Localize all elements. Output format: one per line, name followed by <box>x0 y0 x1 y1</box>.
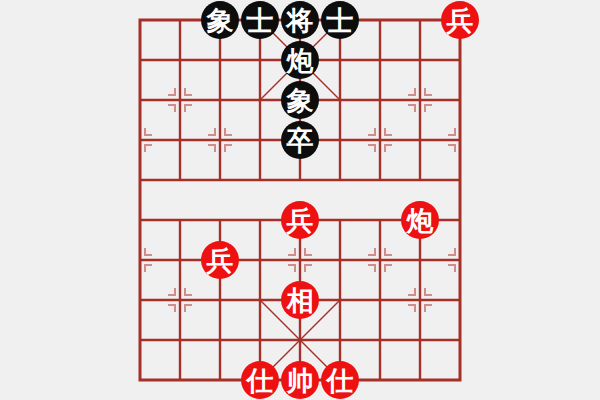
piece-black-cannon[interactable]: 炮 <box>281 41 319 79</box>
xiangqi-board: 象士将士兵炮象卒兵炮兵相仕帅仕 <box>120 0 480 400</box>
piece-black-elephant[interactable]: 象 <box>281 81 319 119</box>
piece-black-elephant[interactable]: 象 <box>201 1 239 39</box>
piece-red-pawn[interactable]: 兵 <box>281 201 319 239</box>
piece-red-advisor[interactable]: 仕 <box>321 361 359 399</box>
xiangqi-app-screen: 象士将士兵炮象卒兵炮兵相仕帅仕 <box>0 0 600 400</box>
piece-red-advisor[interactable]: 仕 <box>241 361 279 399</box>
pieces-grid: 象士将士兵炮象卒兵炮兵相仕帅仕 <box>120 0 480 400</box>
piece-red-elephant[interactable]: 相 <box>281 281 319 319</box>
piece-red-cannon[interactable]: 炮 <box>401 201 439 239</box>
piece-red-general[interactable]: 帅 <box>281 361 319 399</box>
piece-black-advisor[interactable]: 士 <box>321 1 359 39</box>
piece-black-advisor[interactable]: 士 <box>241 1 279 39</box>
piece-red-pawn[interactable]: 兵 <box>201 241 239 279</box>
piece-black-pawn[interactable]: 卒 <box>281 121 319 159</box>
piece-black-general[interactable]: 将 <box>281 1 319 39</box>
piece-red-pawn[interactable]: 兵 <box>441 1 479 39</box>
